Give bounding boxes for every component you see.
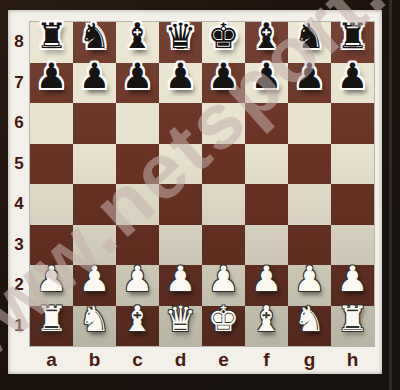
- square-h7[interactable]: ♟: [331, 63, 374, 104]
- piece-white-pawn[interactable]: ♟: [122, 262, 153, 297]
- square-h6[interactable]: [331, 103, 374, 144]
- piece-white-pawn[interactable]: ♟: [208, 262, 239, 297]
- square-e7[interactable]: ♟: [202, 63, 245, 104]
- square-h5[interactable]: [331, 144, 374, 185]
- piece-white-king[interactable]: ♚: [208, 302, 239, 337]
- piece-white-pawn[interactable]: ♟: [294, 262, 325, 297]
- piece-black-queen[interactable]: ♛: [165, 19, 196, 54]
- piece-white-pawn[interactable]: ♟: [251, 262, 282, 297]
- rank-label-4: 4: [8, 184, 30, 225]
- square-g1[interactable]: ♞: [288, 306, 331, 347]
- square-b1[interactable]: ♞: [73, 306, 116, 347]
- square-d1[interactable]: ♛: [159, 306, 202, 347]
- piece-black-pawn[interactable]: ♟: [337, 59, 368, 94]
- square-b4[interactable]: [73, 184, 116, 225]
- board-mat: 87654321 ♜♞♝♛♚♝♞♜♟♟♟♟♟♟♟♟♟♟♟♟♟♟♟♟♜♞♝♛♚♝♞…: [8, 10, 382, 374]
- square-b6[interactable]: [73, 103, 116, 144]
- square-d4[interactable]: [159, 184, 202, 225]
- square-c6[interactable]: [116, 103, 159, 144]
- file-label-e: e: [202, 349, 245, 371]
- piece-black-pawn[interactable]: ♟: [36, 59, 67, 94]
- square-d7[interactable]: ♟: [159, 63, 202, 104]
- square-a1[interactable]: ♜: [30, 306, 73, 347]
- piece-black-bishop[interactable]: ♝: [122, 19, 153, 54]
- square-h1[interactable]: ♜: [331, 306, 374, 347]
- piece-white-bishop[interactable]: ♝: [251, 302, 282, 337]
- square-c4[interactable]: [116, 184, 159, 225]
- piece-black-bishop[interactable]: ♝: [251, 19, 282, 54]
- rank-labels: 87654321: [8, 22, 30, 346]
- square-f4[interactable]: [245, 184, 288, 225]
- piece-black-pawn[interactable]: ♟: [122, 59, 153, 94]
- rank-label-8: 8: [8, 22, 30, 63]
- file-label-f: f: [245, 349, 288, 371]
- frame-highlight: [389, 0, 392, 390]
- piece-black-pawn[interactable]: ♟: [294, 59, 325, 94]
- square-a7[interactable]: ♟: [30, 63, 73, 104]
- square-g7[interactable]: ♟: [288, 63, 331, 104]
- square-c5[interactable]: [116, 144, 159, 185]
- piece-white-rook[interactable]: ♜: [36, 302, 67, 337]
- rank-label-2: 2: [8, 265, 30, 306]
- square-a5[interactable]: [30, 144, 73, 185]
- file-label-a: a: [30, 349, 73, 371]
- piece-white-pawn[interactable]: ♟: [79, 262, 110, 297]
- square-d5[interactable]: [159, 144, 202, 185]
- piece-black-pawn[interactable]: ♟: [208, 59, 239, 94]
- square-a6[interactable]: [30, 103, 73, 144]
- piece-white-pawn[interactable]: ♟: [36, 262, 67, 297]
- piece-white-rook[interactable]: ♜: [337, 302, 368, 337]
- square-c7[interactable]: ♟: [116, 63, 159, 104]
- square-g5[interactable]: [288, 144, 331, 185]
- piece-white-queen[interactable]: ♛: [165, 302, 196, 337]
- square-f6[interactable]: [245, 103, 288, 144]
- piece-white-knight[interactable]: ♞: [79, 302, 110, 337]
- square-b7[interactable]: ♟: [73, 63, 116, 104]
- piece-black-rook[interactable]: ♜: [36, 19, 67, 54]
- square-f7[interactable]: ♟: [245, 63, 288, 104]
- square-g4[interactable]: [288, 184, 331, 225]
- square-c1[interactable]: ♝: [116, 306, 159, 347]
- piece-black-knight[interactable]: ♞: [294, 19, 325, 54]
- piece-black-pawn[interactable]: ♟: [251, 59, 282, 94]
- rank-label-3: 3: [8, 225, 30, 266]
- piece-black-king[interactable]: ♚: [208, 19, 239, 54]
- square-f1[interactable]: ♝: [245, 306, 288, 347]
- file-label-c: c: [116, 349, 159, 371]
- square-a4[interactable]: [30, 184, 73, 225]
- rank-label-1: 1: [8, 306, 30, 347]
- square-e5[interactable]: [202, 144, 245, 185]
- square-g6[interactable]: [288, 103, 331, 144]
- piece-white-bishop[interactable]: ♝: [122, 302, 153, 337]
- piece-black-knight[interactable]: ♞: [79, 19, 110, 54]
- square-e4[interactable]: [202, 184, 245, 225]
- piece-black-pawn[interactable]: ♟: [79, 59, 110, 94]
- rank-label-5: 5: [8, 144, 30, 185]
- piece-white-pawn[interactable]: ♟: [165, 262, 196, 297]
- rank-label-7: 7: [8, 63, 30, 104]
- piece-black-pawn[interactable]: ♟: [165, 59, 196, 94]
- square-d6[interactable]: [159, 103, 202, 144]
- square-f5[interactable]: [245, 144, 288, 185]
- square-e6[interactable]: [202, 103, 245, 144]
- file-label-d: d: [159, 349, 202, 371]
- square-e1[interactable]: ♚: [202, 306, 245, 347]
- piece-white-knight[interactable]: ♞: [294, 302, 325, 337]
- file-label-h: h: [331, 349, 374, 371]
- file-labels: abcdefgh: [30, 349, 374, 371]
- piece-white-pawn[interactable]: ♟: [337, 262, 368, 297]
- square-b5[interactable]: [73, 144, 116, 185]
- demo-chessboard-photo: 87654321 ♜♞♝♛♚♝♞♜♟♟♟♟♟♟♟♟♟♟♟♟♟♟♟♟♜♞♝♛♚♝♞…: [0, 0, 400, 390]
- chess-board[interactable]: ♜♞♝♛♚♝♞♜♟♟♟♟♟♟♟♟♟♟♟♟♟♟♟♟♜♞♝♛♚♝♞♜: [30, 22, 374, 346]
- file-label-g: g: [288, 349, 331, 371]
- file-label-b: b: [73, 349, 116, 371]
- piece-black-rook[interactable]: ♜: [337, 19, 368, 54]
- square-h4[interactable]: [331, 184, 374, 225]
- rank-label-6: 6: [8, 103, 30, 144]
